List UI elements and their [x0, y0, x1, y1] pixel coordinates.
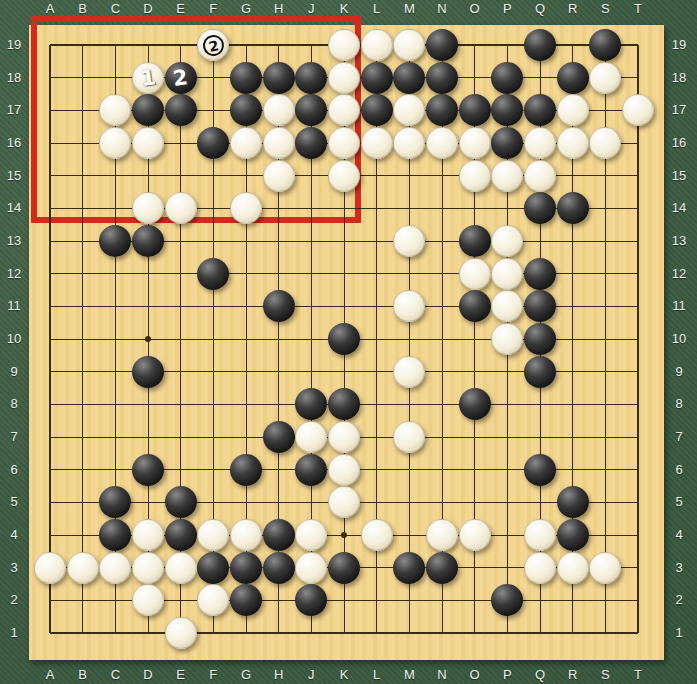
coord-label-top: E [169, 2, 193, 16]
coord-label-left: 4 [2, 528, 26, 542]
black-stone-Q9[interactable] [524, 356, 556, 388]
coord-label-top: B [71, 2, 95, 16]
white-stone-R16[interactable] [557, 127, 589, 159]
go-board-screenshot: AABBCCDDEEFFGGHHJJKKLLMMNNOOPPQQRRSSTT19… [0, 0, 697, 684]
coord-label-left: 12 [2, 267, 26, 281]
coord-label-bottom: F [201, 668, 225, 682]
black-stone-K10[interactable] [328, 323, 360, 355]
coord-label-top: F [201, 2, 225, 16]
coord-label-bottom: T [626, 668, 650, 682]
coord-label-right: 18 [667, 71, 691, 85]
white-stone-S3[interactable] [589, 552, 621, 584]
black-stone-H7[interactable] [263, 421, 295, 453]
white-stone-C3[interactable] [99, 552, 131, 584]
white-stone-A3[interactable] [34, 552, 66, 584]
coord-label-left: 10 [2, 332, 26, 346]
coord-label-top: H [267, 2, 291, 16]
coord-label-left: 17 [2, 103, 26, 117]
black-stone-Q6[interactable] [524, 454, 556, 486]
coord-label-top: K [332, 2, 356, 16]
coord-label-bottom: S [593, 668, 617, 682]
coord-label-top: Q [528, 2, 552, 16]
coord-label-right: 9 [667, 365, 691, 379]
white-stone-H17[interactable] [263, 94, 295, 126]
white-stone-O16[interactable] [459, 127, 491, 159]
black-stone-P18[interactable] [491, 62, 523, 94]
coord-label-bottom: P [495, 668, 519, 682]
coord-label-top: C [103, 2, 127, 16]
black-stone-H4[interactable] [263, 519, 295, 551]
coord-label-left: 16 [2, 136, 26, 150]
coord-label-top: J [299, 2, 323, 16]
black-stone-E4[interactable] [165, 519, 197, 551]
coord-label-right: 3 [667, 561, 691, 575]
black-stone-N3[interactable] [426, 552, 458, 584]
white-stone-E14[interactable] [165, 192, 197, 224]
coord-label-left: 2 [2, 593, 26, 607]
black-stone-O11[interactable] [459, 290, 491, 322]
black-stone-F12[interactable] [197, 258, 229, 290]
coord-label-right: 11 [667, 299, 691, 313]
black-stone-R14[interactable] [557, 192, 589, 224]
black-stone-G3[interactable] [230, 552, 262, 584]
black-stone-D13[interactable] [132, 225, 164, 257]
black-stone-K3[interactable] [328, 552, 360, 584]
black-stone-D9[interactable] [132, 356, 164, 388]
coord-label-top: G [234, 2, 258, 16]
coord-label-left: 11 [2, 299, 26, 313]
black-stone-H18[interactable] [263, 62, 295, 94]
coord-label-top: A [38, 2, 62, 16]
white-stone-O15[interactable] [459, 160, 491, 192]
coord-label-left: 5 [2, 495, 26, 509]
black-stone-N19[interactable] [426, 29, 458, 61]
black-stone-L18[interactable] [361, 62, 393, 94]
black-stone-L17[interactable] [361, 94, 393, 126]
coord-label-bottom: G [234, 668, 258, 682]
coord-label-top: L [365, 2, 389, 16]
coord-label-right: 17 [667, 103, 691, 117]
coord-label-bottom: O [463, 668, 487, 682]
star-point [145, 336, 151, 342]
coord-label-right: 16 [667, 136, 691, 150]
coord-label-left: 19 [2, 38, 26, 52]
white-stone-L4[interactable] [361, 519, 393, 551]
coord-label-bottom: Q [528, 668, 552, 682]
coord-label-top: M [397, 2, 421, 16]
white-stone-K6[interactable] [328, 454, 360, 486]
grid-line-vertical [637, 45, 639, 633]
coord-label-bottom: J [299, 668, 323, 682]
white-stone-N4[interactable] [426, 519, 458, 551]
white-stone-N16[interactable] [426, 127, 458, 159]
white-stone-G4[interactable] [230, 519, 262, 551]
coord-label-bottom: R [561, 668, 585, 682]
white-stone-P15[interactable] [491, 160, 523, 192]
coord-label-top: T [626, 2, 650, 16]
white-stone-K15[interactable] [328, 160, 360, 192]
black-stone-E5[interactable] [165, 486, 197, 518]
coord-label-bottom: K [332, 668, 356, 682]
black-stone-F3[interactable] [197, 552, 229, 584]
white-stone-S18[interactable] [589, 62, 621, 94]
black-stone-E17[interactable] [165, 94, 197, 126]
black-stone-H3[interactable] [263, 552, 295, 584]
white-stone-Q4[interactable] [524, 519, 556, 551]
black-stone-E18[interactable]: 2 [165, 62, 197, 94]
coord-label-right: 13 [667, 234, 691, 248]
black-stone-M3[interactable] [393, 552, 425, 584]
coord-label-bottom: A [38, 668, 62, 682]
coord-label-left: 18 [2, 71, 26, 85]
white-stone-L16[interactable] [361, 127, 393, 159]
coord-label-bottom: B [71, 668, 95, 682]
coord-label-right: 5 [667, 495, 691, 509]
black-stone-Q10[interactable] [524, 323, 556, 355]
star-point [341, 532, 347, 538]
black-stone-Q19[interactable] [524, 29, 556, 61]
white-stone-D16[interactable] [132, 127, 164, 159]
coord-label-bottom: D [136, 668, 160, 682]
coord-label-right: 4 [667, 528, 691, 542]
white-stone-K19[interactable] [328, 29, 360, 61]
coord-label-top: R [561, 2, 585, 16]
coord-label-right: 6 [667, 463, 691, 477]
circled-move-mark: 2 [201, 33, 226, 58]
coord-label-top: N [430, 2, 454, 16]
white-stone-K18[interactable] [328, 62, 360, 94]
move-number-label: 1 [139, 65, 157, 91]
black-stone-G6[interactable] [230, 454, 262, 486]
white-stone-G16[interactable] [230, 127, 262, 159]
white-stone-E1[interactable] [165, 617, 197, 649]
coord-label-right: 7 [667, 430, 691, 444]
coord-label-right: 12 [667, 267, 691, 281]
white-stone-L19[interactable] [361, 29, 393, 61]
white-stone-Q3[interactable] [524, 552, 556, 584]
white-stone-O4[interactable] [459, 519, 491, 551]
white-stone-K7[interactable] [328, 421, 360, 453]
black-stone-J6[interactable] [295, 454, 327, 486]
white-stone-O12[interactable] [459, 258, 491, 290]
white-stone-D3[interactable] [132, 552, 164, 584]
coord-label-bottom: L [365, 668, 389, 682]
coord-label-right: 19 [667, 38, 691, 52]
black-stone-N18[interactable] [426, 62, 458, 94]
coord-label-bottom: C [103, 668, 127, 682]
coord-label-right: 14 [667, 201, 691, 215]
coord-label-left: 15 [2, 169, 26, 183]
white-stone-M9[interactable] [393, 356, 425, 388]
coord-label-left: 8 [2, 397, 26, 411]
black-stone-H11[interactable] [263, 290, 295, 322]
black-stone-Q12[interactable] [524, 258, 556, 290]
coord-label-bottom: E [169, 668, 193, 682]
coord-label-right: 10 [667, 332, 691, 346]
white-stone-J3[interactable] [295, 552, 327, 584]
white-stone-B3[interactable] [67, 552, 99, 584]
white-stone-K16[interactable] [328, 127, 360, 159]
black-stone-R4[interactable] [557, 519, 589, 551]
coord-label-bottom: N [430, 668, 454, 682]
coord-label-left: 14 [2, 201, 26, 215]
white-stone-Q15[interactable] [524, 160, 556, 192]
white-stone-D4[interactable] [132, 519, 164, 551]
coord-label-right: 2 [667, 593, 691, 607]
coord-label-left: 7 [2, 430, 26, 444]
white-stone-P12[interactable] [491, 258, 523, 290]
coord-label-right: 15 [667, 169, 691, 183]
white-stone-E3[interactable] [165, 552, 197, 584]
white-stone-H16[interactable] [263, 127, 295, 159]
coord-label-bottom: M [397, 668, 421, 682]
coord-label-right: 1 [667, 626, 691, 640]
black-stone-M18[interactable] [393, 62, 425, 94]
white-stone-Q16[interactable] [524, 127, 556, 159]
black-stone-O13[interactable] [459, 225, 491, 257]
black-stone-J18[interactable] [295, 62, 327, 94]
black-stone-D6[interactable] [132, 454, 164, 486]
coord-label-top: S [593, 2, 617, 16]
coord-label-left: 9 [2, 365, 26, 379]
white-stone-R17[interactable] [557, 94, 589, 126]
black-stone-O17[interactable] [459, 94, 491, 126]
coord-label-left: 13 [2, 234, 26, 248]
black-stone-O8[interactable] [459, 388, 491, 420]
white-stone-D18[interactable]: 1 [132, 62, 164, 94]
coord-label-bottom: H [267, 668, 291, 682]
white-stone-R3[interactable] [557, 552, 589, 584]
coord-label-left: 6 [2, 463, 26, 477]
black-stone-R18[interactable] [557, 62, 589, 94]
coord-label-top: O [463, 2, 487, 16]
black-stone-G18[interactable] [230, 62, 262, 94]
coord-label-right: 8 [667, 397, 691, 411]
grid-line-horizontal [50, 632, 638, 634]
white-stone-H15[interactable] [263, 160, 295, 192]
move-number-label: 2 [172, 65, 190, 91]
coord-label-top: D [136, 2, 160, 16]
coord-label-top: P [495, 2, 519, 16]
black-stone-R5[interactable] [557, 486, 589, 518]
coord-label-left: 1 [2, 626, 26, 640]
coord-label-left: 3 [2, 561, 26, 575]
